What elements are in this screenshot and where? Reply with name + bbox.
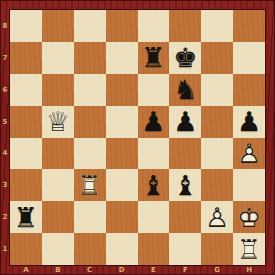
white-rook: ♖ [233,233,265,265]
rank-label-5: 5 [0,106,10,138]
square-d5[interactable] [106,106,138,138]
square-e1[interactable] [138,233,170,265]
white-queen: ♕ [42,106,74,138]
square-e8[interactable] [138,10,170,42]
black-pawn: ♟ [169,106,201,138]
square-c8[interactable] [74,10,106,42]
white-king-fill: ♚ [233,201,265,233]
rank-label-3: 3 [0,169,10,201]
square-f1[interactable] [169,233,201,265]
square-b7[interactable] [42,42,74,74]
square-c4[interactable] [74,138,106,170]
square-e5[interactable]: ♟ [138,106,170,138]
square-a6[interactable] [10,74,42,106]
white-queen-fill: ♛ [42,106,74,138]
square-d4[interactable] [106,138,138,170]
square-c3[interactable]: ♜♖ [74,169,106,201]
file-label-d: D [106,265,138,275]
square-f8[interactable] [169,10,201,42]
file-label-f: F [169,265,201,275]
white-rook-fill: ♜ [233,233,265,265]
square-d2[interactable] [106,201,138,233]
square-b5[interactable]: ♛♕ [42,106,74,138]
square-d3[interactable] [106,169,138,201]
square-a7[interactable] [10,42,42,74]
square-f5[interactable]: ♟ [169,106,201,138]
square-g4[interactable] [201,138,233,170]
square-h3[interactable] [233,169,265,201]
rank-label-1: 1 [0,233,10,265]
square-c1[interactable] [74,233,106,265]
white-king: ♔ [233,201,265,233]
square-a5[interactable] [10,106,42,138]
file-label-a: A [10,265,42,275]
white-pawn: ♙ [201,201,233,233]
black-bishop: ♝ [169,169,201,201]
square-b4[interactable] [42,138,74,170]
black-rook: ♜ [10,201,42,233]
square-c6[interactable] [74,74,106,106]
black-king: ♚ [169,42,201,74]
square-c2[interactable] [74,201,106,233]
white-pawn: ♙ [233,138,265,170]
white-rook-fill: ♜ [74,169,106,201]
square-d6[interactable] [106,74,138,106]
square-g2[interactable]: ♟♙ [201,201,233,233]
square-e2[interactable] [138,201,170,233]
square-g1[interactable] [201,233,233,265]
square-f6[interactable]: ♞ [169,74,201,106]
file-label-c: C [74,265,106,275]
rank-label-7: 7 [0,42,10,74]
chess-diagram: 87654321 ABCDEFGH ♜♚♞♛♕♟♟♟♟♙♜♖♝♝♜♟♙♚♔♜♖ [0,0,275,275]
square-c5[interactable] [74,106,106,138]
square-f4[interactable] [169,138,201,170]
square-f3[interactable]: ♝ [169,169,201,201]
square-a1[interactable] [10,233,42,265]
rank-label-4: 4 [0,138,10,170]
square-g6[interactable] [201,74,233,106]
black-rook: ♜ [138,42,170,74]
file-label-g: G [201,265,233,275]
square-e6[interactable] [138,74,170,106]
square-b2[interactable] [42,201,74,233]
white-pawn-fill: ♟ [201,201,233,233]
rank-labels: 87654321 [0,10,10,265]
black-pawn: ♟ [138,106,170,138]
black-pawn: ♟ [233,106,265,138]
square-h4[interactable]: ♟♙ [233,138,265,170]
square-h5[interactable]: ♟ [233,106,265,138]
square-h8[interactable] [233,10,265,42]
square-a4[interactable] [10,138,42,170]
square-a8[interactable] [10,10,42,42]
file-label-e: E [138,265,170,275]
square-e7[interactable]: ♜ [138,42,170,74]
black-knight: ♞ [169,74,201,106]
square-e4[interactable] [138,138,170,170]
file-label-h: H [233,265,265,275]
rank-label-8: 8 [0,10,10,42]
file-label-b: B [42,265,74,275]
square-b1[interactable] [42,233,74,265]
square-b6[interactable] [42,74,74,106]
file-labels: ABCDEFGH [10,265,265,275]
rank-label-6: 6 [0,74,10,106]
square-h6[interactable] [233,74,265,106]
square-c7[interactable] [74,42,106,74]
square-a2[interactable]: ♜ [10,201,42,233]
square-d8[interactable] [106,10,138,42]
square-d7[interactable] [106,42,138,74]
square-g3[interactable] [201,169,233,201]
white-pawn-fill: ♟ [233,138,265,170]
square-b8[interactable] [42,10,74,42]
square-f2[interactable] [169,201,201,233]
square-e3[interactable]: ♝ [138,169,170,201]
square-g5[interactable] [201,106,233,138]
chess-board: ♜♚♞♛♕♟♟♟♟♙♜♖♝♝♜♟♙♚♔♜♖ [10,10,265,265]
square-b3[interactable] [42,169,74,201]
square-a3[interactable] [10,169,42,201]
square-g8[interactable] [201,10,233,42]
square-d1[interactable] [106,233,138,265]
square-f7[interactable]: ♚ [169,42,201,74]
white-rook: ♖ [74,169,106,201]
square-g7[interactable] [201,42,233,74]
square-h2[interactable]: ♚♔ [233,201,265,233]
square-h7[interactable] [233,42,265,74]
square-h1[interactable]: ♜♖ [233,233,265,265]
rank-label-2: 2 [0,201,10,233]
black-bishop: ♝ [138,169,170,201]
